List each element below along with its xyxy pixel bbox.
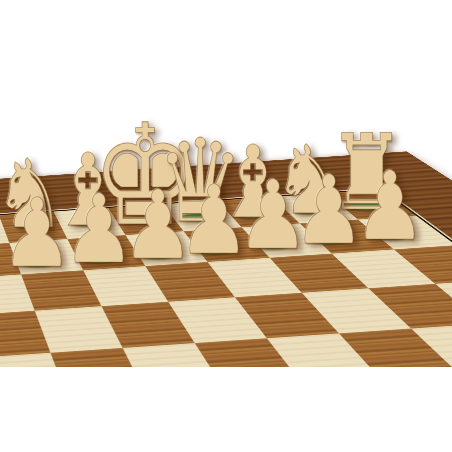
chess-board (0, 189, 452, 367)
board-perspective-wrapper (0, 151, 440, 367)
board-photo: ♞♝♚♛♝♞♜♟♟♟♟♟♟♟ (0, 0, 452, 367)
product-photo-canvas: ♞♝♚♛♝♞♜♟♟♟♟♟♟♟ (0, 0, 452, 452)
board-frame (0, 151, 452, 367)
